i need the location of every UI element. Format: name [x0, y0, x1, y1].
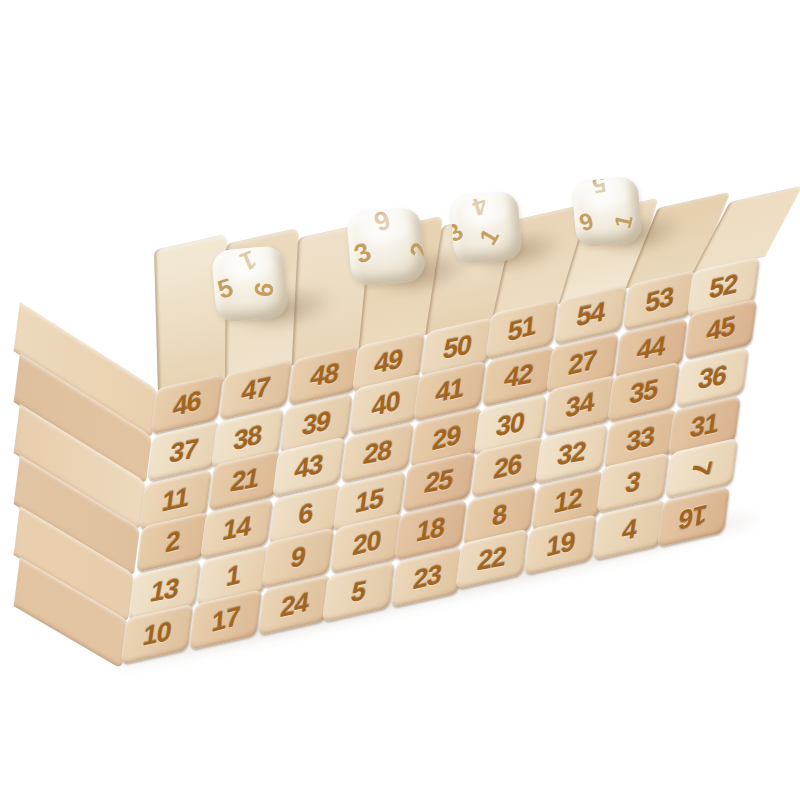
- product-photo: 516362341651 464748495051545352373839404…: [0, 0, 800, 800]
- die-1: 516: [211, 245, 289, 323]
- die-face-number-left: 5: [215, 274, 236, 303]
- die-face-number-right: 1: [476, 225, 504, 249]
- die-face-number-top: 6: [371, 207, 394, 236]
- die-4: 651: [571, 176, 643, 248]
- die-face-number-top: 4: [470, 192, 490, 219]
- die-3: 341: [449, 191, 523, 265]
- die-face-number-right: 6: [251, 281, 279, 300]
- die-2: 362: [346, 207, 426, 287]
- die-face-number-left: 3: [350, 238, 375, 268]
- die-face-number-top: 5: [591, 176, 608, 197]
- die-face-number-left: 6: [577, 208, 597, 235]
- die-face-number-right: 1: [611, 212, 637, 230]
- die-face-number-top: 1: [236, 245, 259, 274]
